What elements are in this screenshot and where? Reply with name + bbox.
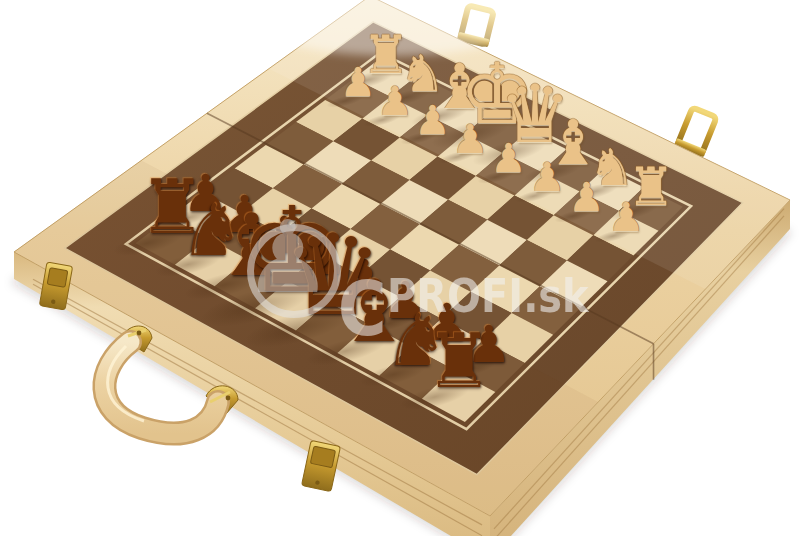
piece-white-pawn-c2[interactable]: ♟ [529,157,565,197]
piece-white-pawn-a2[interactable]: ♟ [608,197,644,237]
pawn-glyph: ♟ [491,138,527,178]
piece-black-rook-a8[interactable]: ♜ [425,324,492,399]
pawn-glyph: ♟ [377,81,413,121]
piece-white-pawn-g2[interactable]: ♟ [377,81,413,121]
pawn-glyph: ♟ [340,62,376,102]
piece-white-pawn-b2[interactable]: ♟ [568,177,604,217]
piece-white-pawn-f2[interactable]: ♟ [414,100,450,140]
pawn-glyph: ♟ [568,177,604,217]
pawn-glyph: ♟ [452,119,488,159]
piece-white-pawn-d2[interactable]: ♟ [491,138,527,178]
pawn-glyph: ♟ [608,197,644,237]
rook-glyph: ♜ [425,324,492,399]
piece-white-pawn-e2[interactable]: ♟ [452,119,488,159]
piece-white-pawn-h2[interactable]: ♟ [340,62,376,102]
chess-case-photo: ♜♞♟♝♟♚♟♛♟♝♟♞♟♜♟♟♟♟♜♟♞♟♝♟♚♟♛♟♝♟♞♜ ♟ C PRO… [0,0,800,536]
pawn-glyph: ♟ [414,100,450,140]
pawn-glyph: ♟ [529,157,565,197]
